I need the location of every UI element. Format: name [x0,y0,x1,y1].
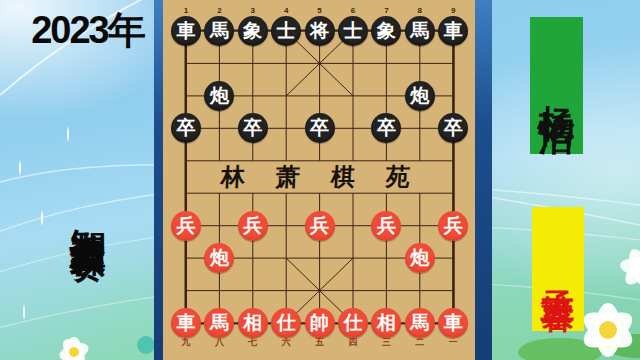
piece-red-車[interactable]: 車 [171,308,201,338]
piece-red-仕[interactable]: 仕 [271,308,301,338]
file-label-bottom: 三 [382,337,391,347]
piece-black-卒[interactable]: 卒 [305,113,335,143]
piece-black-馬[interactable]: 馬 [204,16,234,46]
piece-red-馬[interactable]: 馬 [405,308,435,338]
piece-red-車[interactable]: 車 [438,308,468,338]
player-name-plate-bottom: 孟繁睿 [532,207,584,331]
event-name-vertical: 智力运动会象棋赛 [68,52,108,360]
file-label-top: 1 [184,6,188,16]
file-label-bottom: 八 [215,337,224,347]
piece-black-卒[interactable]: 卒 [371,113,401,143]
file-label-top: 8 [418,6,422,16]
river-char: 萧 [275,164,300,190]
piece-red-炮[interactable]: 炮 [405,243,435,273]
piece-red-兵[interactable]: 兵 [238,211,268,241]
piece-black-卒[interactable]: 卒 [438,113,468,143]
file-label-bottom: 九 [182,337,191,347]
player-name-plate-top: 杨恬浩 [530,17,583,154]
river-char: 苑 [385,164,410,190]
event-year: 2023年 [20,8,155,52]
piece-black-炮[interactable]: 炮 [204,81,234,111]
file-label-bottom: 二 [415,337,424,347]
piece-red-相[interactable]: 相 [371,308,401,338]
file-label-top: 6 [351,6,355,16]
piece-black-炮[interactable]: 炮 [405,81,435,111]
event-title: 2023年 智力运动会象棋赛 [20,8,155,360]
piece-red-仕[interactable]: 仕 [338,308,368,338]
file-label-bottom: 七 [248,337,257,347]
piece-red-馬[interactable]: 馬 [204,308,234,338]
piece-red-相[interactable]: 相 [238,308,268,338]
file-label-bottom: 五 [315,337,324,347]
piece-black-象[interactable]: 象 [238,16,268,46]
river-char: 棋 [330,164,355,190]
piece-red-兵[interactable]: 兵 [438,211,468,241]
piece-black-士[interactable]: 士 [338,16,368,46]
river-watermark: 林萧棋苑 [221,164,410,190]
file-label-bottom: 一 [449,337,458,347]
board-frame: 123456789 林萧棋苑 車馬象士将士象馬車炮炮卒卒卒卒卒兵兵兵兵兵炮炮車馬… [154,0,492,360]
player-name-bottom: 孟繁睿 [541,263,575,275]
piece-red-帥[interactable]: 帥 [305,308,335,338]
piece-red-兵[interactable]: 兵 [371,211,401,241]
piece-black-将[interactable]: 将 [305,16,335,46]
file-label-top: 2 [217,6,221,16]
video-frame: 2023年 智力运动会象棋赛 123456789 林萧棋苑 車馬象士将士象馬車炮… [0,0,640,360]
piece-black-象[interactable]: 象 [371,16,401,46]
file-label-top: 9 [451,6,455,16]
piece-black-士[interactable]: 士 [271,16,301,46]
file-label-top: 3 [251,6,255,16]
piece-red-炮[interactable]: 炮 [204,243,234,273]
xiangqi-board[interactable]: 123456789 林萧棋苑 車馬象士将士象馬車炮炮卒卒卒卒卒兵兵兵兵兵炮炮車馬… [163,0,475,360]
player-name-top: 杨恬浩 [539,77,575,95]
river-char: 林 [220,164,245,190]
piece-black-卒[interactable]: 卒 [238,113,268,143]
piece-black-車[interactable]: 車 [438,16,468,46]
piece-black-車[interactable]: 車 [171,16,201,46]
file-label-top: 5 [317,6,321,16]
piece-black-馬[interactable]: 馬 [405,16,435,46]
piece-red-兵[interactable]: 兵 [171,211,201,241]
piece-black-卒[interactable]: 卒 [171,113,201,143]
file-label-top: 4 [284,6,288,16]
piece-red-兵[interactable]: 兵 [305,211,335,241]
file-label-bottom: 六 [282,337,291,347]
file-label-top: 7 [384,6,388,16]
file-label-bottom: 四 [349,337,358,347]
